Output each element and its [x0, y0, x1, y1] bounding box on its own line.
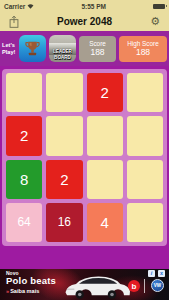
leaderboard-button[interactable]: LEADER BOARD [49, 35, 76, 62]
beats-logo: b [128, 280, 140, 292]
cell-empty [6, 73, 42, 112]
tile-64: 64 [6, 203, 42, 242]
ad-choices-icon[interactable]: i [148, 270, 155, 277]
battery-icon [153, 4, 165, 9]
page-title: Power 2048 [0, 16, 169, 27]
gear-icon: ⚙ [150, 15, 160, 27]
score-box: Score 188 [79, 36, 116, 62]
ad-copy: Novo Polo beats »Saiba mais [6, 270, 56, 294]
ad-banner[interactable]: Novo Polo beats »Saiba mais b VW i x [0, 269, 169, 300]
board[interactable]: 228264164 [2, 69, 167, 246]
carrier-label: Carrier [4, 3, 25, 10]
status-bar: Carrier 5:55 PM [0, 0, 169, 12]
cell-empty [87, 116, 123, 155]
car-image [58, 272, 136, 299]
cell-empty [46, 116, 82, 155]
toolbar: Let's Play! LEADER BOARD Score 188 High … [0, 31, 169, 66]
chevron-right-icon: » [6, 288, 9, 294]
settings-button[interactable]: ⚙ [150, 14, 160, 28]
trophy-icon [23, 39, 42, 58]
cell-empty [127, 73, 163, 112]
game-center-button[interactable] [19, 35, 46, 62]
background-gap [0, 246, 169, 269]
score-value: 188 [90, 47, 104, 57]
cell-empty [127, 116, 163, 155]
clock-label: 5:55 PM [81, 3, 106, 10]
tile-4: 4 [87, 203, 123, 242]
leaderboard-label: LEADER BOARD [49, 49, 76, 60]
ad-close-icon[interactable]: x [158, 270, 165, 277]
ad-separator [144, 279, 145, 293]
tile-2: 2 [87, 73, 123, 112]
nav-bar: Power 2048 ⚙ [0, 12, 169, 31]
tile-2: 2 [46, 160, 82, 199]
score-label: Score [89, 40, 106, 47]
high-score-value: 188 [136, 47, 150, 57]
tile-2: 2 [6, 116, 42, 155]
lets-play-button[interactable]: Let's Play! [2, 42, 16, 56]
ad-cta[interactable]: »Saiba mais [6, 288, 56, 294]
tile-8: 8 [6, 160, 42, 199]
high-score-label: High Score [127, 40, 159, 47]
cell-empty [87, 160, 123, 199]
vw-logo: VW [151, 279, 164, 292]
tile-16: 16 [46, 203, 82, 242]
cell-empty [46, 73, 82, 112]
app-window: Carrier 5:55 PM Power 2048 ⚙ Let's Play! [0, 0, 169, 300]
ad-title: Polo beats [6, 276, 56, 286]
wifi-icon [27, 3, 34, 9]
high-score-box: High Score 188 [119, 36, 167, 62]
cell-empty [127, 160, 163, 199]
cell-empty [127, 203, 163, 242]
